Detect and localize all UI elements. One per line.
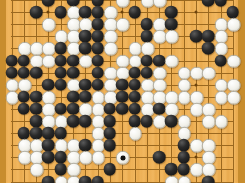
white-stone[interactable] [227, 91, 241, 105]
black-stone[interactable] [5, 66, 18, 79]
black-stone[interactable] [128, 103, 141, 116]
white-stone[interactable] [91, 151, 105, 165]
white-stone[interactable] [116, 18, 130, 32]
black-stone[interactable] [30, 103, 43, 116]
black-stone[interactable] [79, 30, 92, 43]
black-stone[interactable] [177, 163, 190, 176]
last-move-marker [121, 156, 126, 161]
white-stone[interactable] [177, 175, 191, 183]
black-stone[interactable] [17, 54, 30, 67]
go-app-window [0, 0, 245, 183]
black-stone[interactable] [177, 139, 190, 152]
black-stone[interactable] [128, 66, 141, 79]
black-stone[interactable] [116, 78, 129, 91]
black-stone[interactable] [17, 103, 30, 116]
black-stone[interactable] [128, 115, 141, 128]
black-stone[interactable] [140, 30, 153, 43]
white-stone[interactable] [227, 18, 241, 32]
black-stone[interactable] [140, 66, 153, 79]
black-stone[interactable] [202, 42, 215, 55]
black-stone[interactable] [91, 78, 104, 91]
star-point [195, 156, 198, 159]
star-point [121, 11, 124, 14]
black-stone[interactable] [79, 90, 92, 103]
black-stone[interactable] [54, 151, 67, 164]
black-stone[interactable] [30, 90, 43, 103]
black-stone[interactable] [79, 175, 92, 183]
black-stone[interactable] [202, 30, 215, 43]
black-stone[interactable] [67, 66, 80, 79]
black-stone[interactable] [54, 127, 67, 140]
black-stone[interactable] [79, 139, 92, 152]
black-stone[interactable] [202, 175, 215, 183]
black-stone[interactable] [30, 6, 43, 19]
white-stone[interactable] [42, 18, 56, 32]
black-stone[interactable] [54, 78, 67, 91]
black-stone[interactable] [140, 54, 153, 67]
black-stone[interactable] [67, 103, 80, 116]
black-stone[interactable] [116, 103, 129, 116]
white-stone[interactable] [104, 42, 118, 56]
black-stone[interactable] [30, 115, 43, 128]
black-stone[interactable] [91, 54, 104, 67]
white-stone[interactable] [214, 115, 228, 129]
black-stone[interactable] [190, 30, 203, 43]
black-stone[interactable] [153, 103, 166, 116]
black-stone[interactable] [42, 151, 55, 164]
star-point [195, 11, 198, 14]
black-stone[interactable] [30, 127, 43, 140]
black-stone[interactable] [91, 42, 104, 55]
black-stone[interactable] [177, 151, 190, 164]
black-stone[interactable] [140, 18, 153, 31]
black-stone[interactable] [104, 139, 117, 152]
black-stone[interactable] [30, 66, 43, 79]
black-stone[interactable] [67, 54, 80, 67]
black-stone[interactable] [5, 54, 18, 67]
black-stone[interactable] [227, 6, 240, 19]
black-stone[interactable] [165, 115, 178, 128]
black-stone[interactable] [54, 66, 67, 79]
black-stone[interactable] [91, 30, 104, 43]
black-stone[interactable] [42, 139, 55, 152]
white-stone[interactable] [30, 163, 44, 177]
black-stone[interactable] [128, 78, 141, 91]
black-stone[interactable] [165, 163, 178, 176]
black-stone[interactable] [79, 42, 92, 55]
white-stone[interactable] [227, 54, 241, 68]
black-stone[interactable] [128, 6, 141, 19]
black-stone[interactable] [153, 54, 166, 67]
black-stone[interactable] [104, 127, 117, 140]
black-stone[interactable] [91, 66, 104, 79]
black-stone[interactable] [140, 115, 153, 128]
black-stone[interactable] [79, 6, 92, 19]
star-point [47, 11, 50, 14]
black-stone[interactable] [165, 6, 178, 19]
black-stone[interactable] [79, 115, 92, 128]
black-stone[interactable] [42, 127, 55, 140]
black-stone[interactable] [104, 115, 117, 128]
black-stone[interactable] [214, 54, 227, 67]
black-stone[interactable] [54, 54, 67, 67]
white-stone[interactable] [202, 66, 216, 80]
white-stone[interactable] [128, 127, 142, 141]
black-stone[interactable] [42, 78, 55, 91]
black-stone[interactable] [17, 66, 30, 79]
black-stone[interactable] [165, 18, 178, 31]
white-stone[interactable] [165, 30, 179, 44]
black-stone[interactable] [116, 90, 129, 103]
white-stone[interactable] [165, 54, 179, 68]
black-stone[interactable] [67, 90, 80, 103]
black-stone[interactable] [54, 6, 67, 19]
star-point [195, 83, 198, 86]
black-stone[interactable] [91, 6, 104, 19]
black-stone[interactable] [54, 103, 67, 116]
black-stone[interactable] [104, 103, 117, 116]
black-stone[interactable] [54, 42, 67, 55]
white-stone[interactable] [116, 151, 130, 165]
black-stone[interactable] [91, 175, 104, 183]
black-stone[interactable] [54, 163, 67, 176]
black-stone[interactable] [91, 18, 104, 31]
black-stone[interactable] [42, 175, 55, 183]
black-stone[interactable] [153, 151, 166, 164]
black-stone[interactable] [17, 90, 30, 103]
black-stone[interactable] [17, 127, 30, 140]
black-stone[interactable] [79, 78, 92, 91]
black-stone[interactable] [104, 163, 117, 176]
black-stone[interactable] [128, 90, 141, 103]
black-stone[interactable] [67, 115, 80, 128]
